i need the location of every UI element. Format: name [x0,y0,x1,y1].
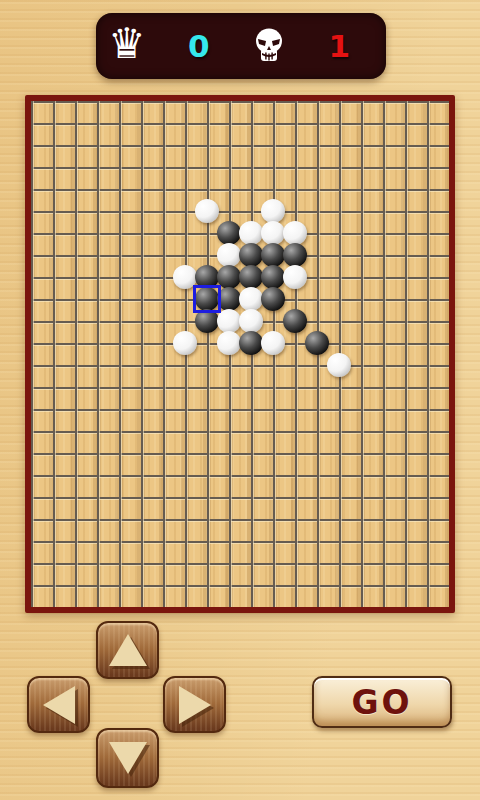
stone-black [261,265,285,289]
stone-white [261,221,285,245]
board-grid[interactable] [31,101,449,607]
stone-white [239,309,263,333]
stone-white [239,287,263,311]
stone-white [283,221,307,245]
last-move-marker [193,285,221,313]
gomoku-board[interactable] [25,95,455,613]
left-arrow-icon [43,686,75,724]
dpad-down-button[interactable] [96,728,159,788]
stone-white [239,221,263,245]
stone-white [173,331,197,355]
stone-black [261,287,285,311]
white-queen-icon: ♛ [108,23,146,65]
stone-black [261,243,285,267]
stone-white [261,199,285,223]
player-score: 0 [188,31,210,62]
skull-icon [252,27,286,65]
dpad-left-button[interactable] [27,676,90,733]
opponent-score: 1 [328,31,350,62]
stone-black [283,243,307,267]
game-screen: ♛ 0 1 GO [0,0,480,800]
stone-black [239,265,263,289]
stone-black [217,221,241,245]
stone-white [217,331,241,355]
stone-white [217,243,241,267]
stone-black [239,331,263,355]
go-button[interactable]: GO [312,676,452,728]
right-arrow-icon [179,686,211,724]
stone-white [195,199,219,223]
dpad-up-button[interactable] [96,621,159,679]
stone-white [327,353,351,377]
down-arrow-icon [109,742,147,774]
stone-black [305,331,329,355]
stone-white [283,265,307,289]
score-bar: ♛ 0 1 [96,13,386,79]
stone-black [283,309,307,333]
up-arrow-icon [109,634,147,666]
stone-black [239,243,263,267]
dpad-right-button[interactable] [163,676,226,733]
stone-white [261,331,285,355]
